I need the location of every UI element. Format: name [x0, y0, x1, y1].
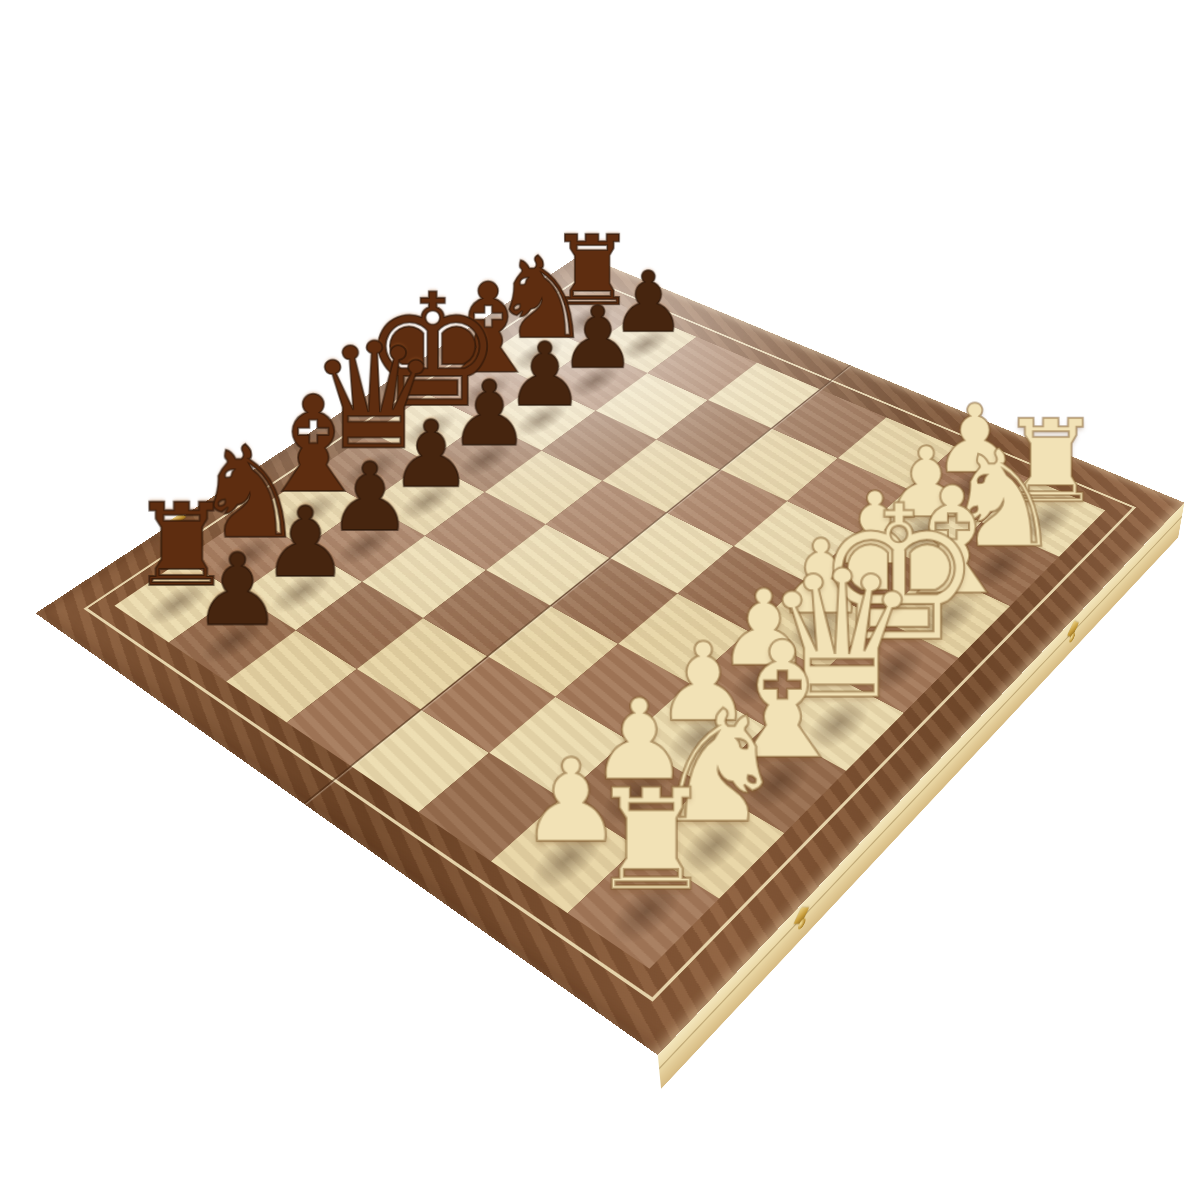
chess-board: ♜♞♝♛♚♝♞♜♟♟♟♟♟♟♟♟♟♟♟♟♟♟♟♟♜♞♝♛♚♝♞♜: [36, 255, 1185, 1055]
board-frame: ♜♞♝♛♚♝♞♜♟♟♟♟♟♟♟♟♟♟♟♟♟♟♟♟♜♞♝♛♚♝♞♜: [36, 255, 1185, 1055]
black-pawn-a7: ♟: [124, 540, 350, 640]
white-rook-a1: ♜: [516, 771, 786, 911]
product-photo: ♜♞♝♛♚♝♞♜♟♟♟♟♟♟♟♟♟♟♟♟♟♟♟♟♜♞♝♛♚♝♞♜: [0, 0, 1200, 1200]
playing-field: ♜♞♝♛♚♝♞♜♟♟♟♟♟♟♟♟♟♟♟♟♟♟♟♟♜♞♝♛♚♝♞♜: [114, 289, 1105, 969]
